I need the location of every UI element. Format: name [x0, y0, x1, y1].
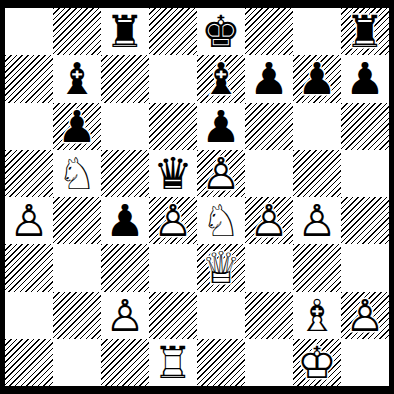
square-b8[interactable] [53, 8, 101, 55]
board-frame: ♜♜♚♚♜♜♝♝♝♝♟♟♟♟♟♟♟♟♟♟♞♘♛♛♟♙♟♙♟♟♟♙♞♘♟♙♟♙♛♕… [0, 0, 394, 394]
square-f6[interactable] [245, 103, 293, 150]
piece-black-pawn: ♟♟ [246, 55, 293, 102]
chess-board: ♜♜♚♚♜♜♝♝♝♝♟♟♟♟♟♟♟♟♟♟♞♘♛♛♟♙♟♙♟♟♟♙♞♘♟♙♟♙♛♕… [5, 8, 389, 386]
square-g3[interactable] [293, 244, 341, 291]
square-c6[interactable] [101, 103, 149, 150]
piece-white-rook: ♜♖ [150, 339, 197, 386]
piece-white-knight: ♞♘ [54, 150, 101, 197]
black-pawn-glyph: ♟ [54, 103, 101, 150]
square-a7[interactable] [5, 55, 53, 102]
black-bishop-glyph: ♝ [54, 55, 101, 102]
square-b1[interactable] [53, 339, 101, 386]
white-pawn-glyph: ♙ [6, 197, 53, 244]
square-d2[interactable] [149, 292, 197, 339]
piece-black-king: ♚♚ [198, 8, 245, 55]
black-pawn-glyph: ♟ [342, 55, 389, 102]
square-g2[interactable]: ♝♗ [293, 292, 341, 339]
square-c3[interactable] [101, 244, 149, 291]
piece-black-rook: ♜♜ [102, 8, 149, 55]
piece-black-pawn: ♟♟ [198, 103, 245, 150]
white-knight-glyph: ♘ [54, 150, 101, 197]
square-e6[interactable]: ♟♟ [197, 103, 245, 150]
piece-white-pawn: ♟♙ [198, 150, 245, 197]
square-c7[interactable] [101, 55, 149, 102]
piece-black-pawn: ♟♟ [294, 55, 341, 102]
square-e7[interactable]: ♝♝ [197, 55, 245, 102]
square-b4[interactable] [53, 197, 101, 244]
square-d6[interactable] [149, 103, 197, 150]
square-a8[interactable] [5, 8, 53, 55]
square-d7[interactable] [149, 55, 197, 102]
black-rook-glyph: ♜ [342, 8, 389, 55]
square-h7[interactable]: ♟♟ [341, 55, 389, 102]
square-e3[interactable]: ♛♕ [197, 244, 245, 291]
square-b2[interactable] [53, 292, 101, 339]
square-g4[interactable]: ♟♙ [293, 197, 341, 244]
square-c1[interactable] [101, 339, 149, 386]
piece-white-queen: ♛♕ [198, 244, 245, 291]
square-a6[interactable] [5, 103, 53, 150]
square-c5[interactable] [101, 150, 149, 197]
square-b7[interactable]: ♝♝ [53, 55, 101, 102]
black-pawn-glyph: ♟ [294, 55, 341, 102]
piece-white-pawn: ♟♙ [102, 292, 149, 339]
piece-white-king: ♚♔ [294, 339, 341, 386]
piece-black-queen: ♛♛ [150, 150, 197, 197]
white-pawn-glyph: ♙ [246, 197, 293, 244]
black-pawn-glyph: ♟ [102, 197, 149, 244]
square-e8[interactable]: ♚♚ [197, 8, 245, 55]
piece-white-knight: ♞♘ [198, 197, 245, 244]
piece-white-pawn: ♟♙ [294, 197, 341, 244]
square-g1[interactable]: ♚♔ [293, 339, 341, 386]
square-a2[interactable] [5, 292, 53, 339]
square-a4[interactable]: ♟♙ [5, 197, 53, 244]
piece-black-bishop: ♝♝ [198, 55, 245, 102]
square-f3[interactable] [245, 244, 293, 291]
square-b6[interactable]: ♟♟ [53, 103, 101, 150]
square-a3[interactable] [5, 244, 53, 291]
piece-black-pawn: ♟♟ [54, 103, 101, 150]
piece-black-pawn: ♟♟ [342, 55, 389, 102]
piece-white-pawn: ♟♙ [342, 292, 389, 339]
black-bishop-glyph: ♝ [198, 55, 245, 102]
black-queen-glyph: ♛ [150, 150, 197, 197]
piece-white-pawn: ♟♙ [150, 197, 197, 244]
square-h3[interactable] [341, 244, 389, 291]
black-king-glyph: ♚ [198, 8, 245, 55]
white-pawn-glyph: ♙ [150, 197, 197, 244]
square-g7[interactable]: ♟♟ [293, 55, 341, 102]
piece-white-pawn: ♟♙ [6, 197, 53, 244]
white-rook-glyph: ♖ [150, 339, 197, 386]
square-g8[interactable] [293, 8, 341, 55]
white-king-glyph: ♔ [294, 339, 341, 386]
square-h8[interactable]: ♜♜ [341, 8, 389, 55]
square-b3[interactable] [53, 244, 101, 291]
square-g6[interactable] [293, 103, 341, 150]
square-h2[interactable]: ♟♙ [341, 292, 389, 339]
square-f4[interactable]: ♟♙ [245, 197, 293, 244]
white-pawn-glyph: ♙ [342, 292, 389, 339]
square-e2[interactable] [197, 292, 245, 339]
square-d8[interactable] [149, 8, 197, 55]
square-h4[interactable] [341, 197, 389, 244]
white-pawn-glyph: ♙ [198, 150, 245, 197]
piece-black-bishop: ♝♝ [54, 55, 101, 102]
square-e5[interactable]: ♟♙ [197, 150, 245, 197]
square-d5[interactable]: ♛♛ [149, 150, 197, 197]
square-f8[interactable] [245, 8, 293, 55]
square-f5[interactable] [245, 150, 293, 197]
black-pawn-glyph: ♟ [198, 103, 245, 150]
square-e4[interactable]: ♞♘ [197, 197, 245, 244]
white-bishop-glyph: ♗ [294, 292, 341, 339]
square-c2[interactable]: ♟♙ [101, 292, 149, 339]
square-h5[interactable] [341, 150, 389, 197]
square-a5[interactable] [5, 150, 53, 197]
square-c8[interactable]: ♜♜ [101, 8, 149, 55]
square-h1[interactable] [341, 339, 389, 386]
square-b5[interactable]: ♞♘ [53, 150, 101, 197]
square-c4[interactable]: ♟♟ [101, 197, 149, 244]
square-h6[interactable] [341, 103, 389, 150]
white-pawn-glyph: ♙ [294, 197, 341, 244]
piece-black-pawn: ♟♟ [102, 197, 149, 244]
white-pawn-glyph: ♙ [102, 292, 149, 339]
piece-black-rook: ♜♜ [342, 8, 389, 55]
black-pawn-glyph: ♟ [246, 55, 293, 102]
square-f1[interactable] [245, 339, 293, 386]
white-knight-glyph: ♘ [198, 197, 245, 244]
piece-white-pawn: ♟♙ [246, 197, 293, 244]
square-g5[interactable] [293, 150, 341, 197]
square-d3[interactable] [149, 244, 197, 291]
square-d4[interactable]: ♟♙ [149, 197, 197, 244]
square-d1[interactable]: ♜♖ [149, 339, 197, 386]
square-e1[interactable] [197, 339, 245, 386]
white-queen-glyph: ♕ [198, 244, 245, 291]
square-f2[interactable] [245, 292, 293, 339]
piece-white-bishop: ♝♗ [294, 292, 341, 339]
square-f7[interactable]: ♟♟ [245, 55, 293, 102]
black-rook-glyph: ♜ [102, 8, 149, 55]
square-a1[interactable] [5, 339, 53, 386]
